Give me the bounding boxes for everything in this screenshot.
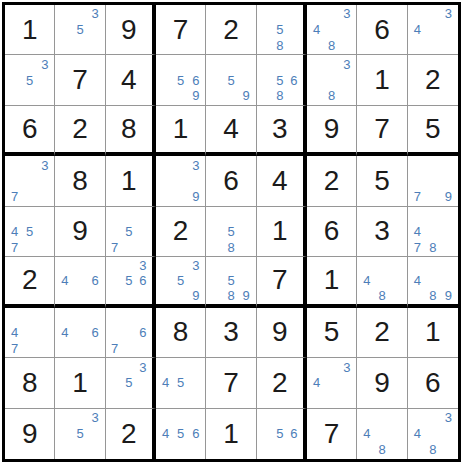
cell-r9c1[interactable]: 9: [5, 409, 55, 459]
cell-r8c8[interactable]: 9: [357, 358, 407, 408]
candidate-grid: 348: [309, 6, 354, 53]
cell-r6c7[interactable]: 1: [307, 257, 357, 307]
cell-r8c2[interactable]: 1: [55, 358, 105, 408]
candidate-5: 5: [122, 375, 136, 391]
candidate-4: 4: [57, 324, 72, 340]
candidate-grid: 48: [359, 410, 404, 458]
cell-r6c8[interactable]: 48: [357, 257, 407, 307]
cell-r5c8[interactable]: 3: [357, 207, 407, 257]
cell-value: 1: [272, 217, 288, 245]
cell-r6c4[interactable]: 359: [156, 257, 206, 307]
candidate-9: 9: [239, 88, 254, 104]
cell-value: 8: [22, 369, 38, 397]
cell-r7c2[interactable]: 46: [55, 308, 105, 358]
candidate-5: 5: [173, 426, 188, 442]
candidate-grid: 56: [259, 410, 301, 458]
candidate-5: 5: [72, 426, 87, 442]
cell-r6c1[interactable]: 2: [5, 257, 55, 307]
cell-value: 6: [374, 16, 390, 44]
candidate-4: 4: [158, 375, 173, 391]
candidate-grid: 79: [410, 157, 456, 204]
candidate-3: 3: [88, 410, 103, 426]
candidate-3: 3: [37, 157, 52, 173]
candidate-grid: 47: [7, 309, 52, 356]
cell-r1c4[interactable]: 7: [156, 5, 206, 55]
candidate-6: 6: [88, 324, 103, 340]
candidate-8: 8: [425, 442, 440, 458]
cell-r8c6[interactable]: 2: [257, 358, 307, 408]
candidate-8: 8: [273, 88, 287, 104]
cell-value: 8: [173, 318, 189, 346]
cell-r5c5[interactable]: 58: [206, 207, 256, 257]
cell-r8c1[interactable]: 8: [5, 358, 55, 408]
candidate-6: 6: [188, 426, 203, 442]
cell-r3c3[interactable]: 8: [106, 106, 156, 156]
candidate-4: 4: [158, 426, 173, 442]
cell-r3c6[interactable]: 3: [257, 106, 307, 156]
candidate-5: 5: [22, 72, 37, 88]
cell-value: 3: [223, 318, 239, 346]
cell-r7c9[interactable]: 1: [408, 308, 458, 358]
candidate-grid: 39: [158, 157, 203, 204]
cell-r3c8[interactable]: 7: [357, 106, 407, 156]
candidate-4: 4: [57, 273, 72, 288]
cell-value: 4: [272, 167, 288, 195]
candidate-grid: 37: [7, 157, 52, 204]
candidate-3: 3: [88, 6, 103, 22]
candidate-grid: 34: [309, 359, 354, 406]
cell-value: 9: [272, 318, 288, 346]
cell-value: 6: [22, 115, 38, 143]
candidate-3: 3: [441, 6, 456, 22]
cell-r4c6[interactable]: 4: [257, 156, 307, 206]
cell-value: 1: [324, 266, 340, 294]
cell-value: 5: [374, 167, 390, 195]
candidate-7: 7: [410, 189, 425, 205]
cell-value: 9: [22, 420, 38, 448]
sudoku-board: 1359725834863435745695956838126281439753…: [2, 2, 461, 462]
candidate-grid: 456: [158, 410, 203, 458]
cell-value: 2: [425, 66, 441, 94]
cell-r9c4[interactable]: 456: [156, 409, 206, 459]
cell-r2c8[interactable]: 1: [357, 55, 407, 105]
cell-r1c2[interactable]: 35: [55, 5, 105, 55]
cell-r5c2[interactable]: 9: [55, 207, 105, 257]
candidate-grid: 34: [410, 6, 456, 53]
cell-value: 7: [72, 66, 88, 94]
cell-r9c6[interactable]: 56: [257, 409, 307, 459]
candidate-5: 5: [273, 22, 287, 38]
candidate-grid: 46: [57, 258, 102, 302]
cell-value: 8: [121, 115, 137, 143]
cell-value: 2: [72, 115, 88, 143]
cell-r5c6[interactable]: 1: [257, 207, 307, 257]
candidate-grid: 35: [57, 6, 102, 53]
cell-r8c9[interactable]: 6: [408, 358, 458, 408]
cell-r5c7[interactable]: 6: [307, 207, 357, 257]
candidate-8: 8: [374, 442, 389, 458]
candidate-grid: 569: [158, 56, 203, 103]
candidate-grid: 45: [158, 359, 203, 406]
cell-r4c9[interactable]: 79: [408, 156, 458, 206]
cell-r2c4[interactable]: 569: [156, 55, 206, 105]
cell-r2c3[interactable]: 4: [106, 55, 156, 105]
cell-value: 7: [374, 115, 390, 143]
cell-r4c2[interactable]: 8: [55, 156, 105, 206]
candidate-grid: 478: [410, 208, 456, 255]
candidate-grid: 67: [108, 309, 150, 356]
cell-value: 2: [272, 369, 288, 397]
cell-r3c2[interactable]: 2: [55, 106, 105, 156]
candidate-grid: 58: [208, 208, 253, 255]
cell-r1c8[interactable]: 6: [357, 5, 407, 55]
cell-r1c9[interactable]: 34: [408, 5, 458, 55]
cell-r2c1[interactable]: 35: [5, 55, 55, 105]
cell-value: 1: [72, 369, 88, 397]
cell-value: 2: [121, 420, 137, 448]
cell-value: 1: [425, 318, 441, 346]
cell-r6c2[interactable]: 46: [55, 257, 105, 307]
cell-value: 9: [121, 16, 137, 44]
candidate-9: 9: [441, 288, 456, 303]
cell-r1c3[interactable]: 9: [106, 5, 156, 55]
cell-r4c3[interactable]: 1: [106, 156, 156, 206]
candidate-grid: 457: [7, 208, 52, 255]
candidate-grid: 356: [108, 258, 150, 302]
cell-r1c1[interactable]: 1: [5, 5, 55, 55]
cell-r2c2[interactable]: 7: [55, 55, 105, 105]
cell-r5c4[interactable]: 2: [156, 207, 206, 257]
candidate-grid: 35: [7, 56, 52, 103]
candidate-8: 8: [425, 288, 440, 303]
cell-r3c1[interactable]: 6: [5, 106, 55, 156]
candidate-grid: 38: [309, 56, 354, 103]
cell-r9c7[interactable]: 7: [307, 409, 357, 459]
cell-r9c9[interactable]: 348: [408, 409, 458, 459]
candidate-4: 4: [359, 426, 374, 442]
cell-r6c3[interactable]: 356: [106, 257, 156, 307]
candidate-grid: 35: [57, 410, 102, 458]
candidate-grid: 59: [208, 56, 253, 103]
cell-value: 9: [374, 369, 390, 397]
candidate-3: 3: [37, 56, 52, 72]
candidate-3: 3: [188, 157, 203, 173]
cell-r8c4[interactable]: 45: [156, 358, 206, 408]
cell-r4c4[interactable]: 39: [156, 156, 206, 206]
candidate-5: 5: [173, 273, 188, 288]
candidate-grid: 57: [108, 208, 150, 255]
cell-r5c3[interactable]: 57: [106, 207, 156, 257]
cell-value: 1: [22, 16, 38, 44]
cell-value: 1: [121, 167, 137, 195]
candidate-4: 4: [7, 224, 22, 240]
cell-value: 2: [324, 167, 340, 195]
cell-value: 9: [324, 115, 340, 143]
cell-r2c5[interactable]: 59: [206, 55, 256, 105]
cell-value: 2: [374, 318, 390, 346]
candidate-grid: 46: [57, 309, 102, 356]
candidate-grid: 35: [108, 359, 150, 406]
candidate-5: 5: [223, 72, 238, 88]
cell-value: 7: [272, 266, 288, 294]
cell-r4c7[interactable]: 2: [307, 156, 357, 206]
candidate-8: 8: [223, 288, 238, 303]
candidate-6: 6: [287, 72, 301, 88]
cell-r5c1[interactable]: 457: [5, 207, 55, 257]
candidate-grid: 359: [158, 258, 203, 302]
cell-r1c5[interactable]: 2: [206, 5, 256, 55]
candidate-grid: 348: [410, 410, 456, 458]
candidate-7: 7: [410, 239, 425, 255]
candidate-5: 5: [122, 224, 136, 240]
candidate-7: 7: [7, 189, 22, 205]
candidate-grid: 48: [359, 258, 404, 302]
cell-r4c5[interactable]: 6: [206, 156, 256, 206]
cell-r7c8[interactable]: 2: [357, 308, 407, 358]
candidate-4: 4: [309, 22, 324, 38]
cell-r1c6[interactable]: 58: [257, 5, 307, 55]
candidate-9: 9: [188, 88, 203, 104]
cell-value: 6: [324, 217, 340, 245]
candidate-3: 3: [136, 258, 150, 273]
candidate-6: 6: [136, 273, 150, 288]
cell-r6c6[interactable]: 7: [257, 257, 307, 307]
cell-r3c4[interactable]: 1: [156, 106, 206, 156]
cell-r9c8[interactable]: 48: [357, 409, 407, 459]
cell-value: 6: [223, 167, 239, 195]
candidate-7: 7: [108, 340, 122, 356]
candidate-5: 5: [173, 375, 188, 391]
candidate-4: 4: [309, 375, 324, 391]
cell-r8c7[interactable]: 34: [307, 358, 357, 408]
candidate-8: 8: [223, 239, 238, 255]
cell-r4c1[interactable]: 37: [5, 156, 55, 206]
candidate-9: 9: [188, 288, 203, 303]
candidate-6: 6: [136, 324, 150, 340]
candidate-8: 8: [425, 239, 440, 255]
cell-r8c5[interactable]: 7: [206, 358, 256, 408]
cell-r6c9[interactable]: 489: [408, 257, 458, 307]
candidate-6: 6: [287, 426, 301, 442]
candidate-9: 9: [239, 288, 254, 303]
cell-r6c5[interactable]: 589: [206, 257, 256, 307]
cell-value: 8: [72, 167, 88, 195]
cell-value: 3: [272, 115, 288, 143]
cell-r3c7[interactable]: 9: [307, 106, 357, 156]
candidate-3: 3: [339, 359, 354, 375]
cell-value: 9: [72, 217, 88, 245]
candidate-7: 7: [7, 239, 22, 255]
cell-value: 2: [223, 16, 239, 44]
candidate-4: 4: [410, 224, 425, 240]
cell-r7c6[interactable]: 9: [257, 308, 307, 358]
candidate-3: 3: [339, 56, 354, 72]
cell-r1c7[interactable]: 348: [307, 5, 357, 55]
cell-value: 5: [324, 318, 340, 346]
cell-value: 1: [374, 66, 390, 94]
cell-r7c3[interactable]: 67: [106, 308, 156, 358]
candidate-3: 3: [136, 359, 150, 375]
candidate-4: 4: [410, 273, 425, 288]
candidate-3: 3: [441, 410, 456, 426]
candidate-5: 5: [173, 72, 188, 88]
cell-r4c8[interactable]: 5: [357, 156, 407, 206]
candidate-8: 8: [324, 88, 339, 104]
cell-r5c9[interactable]: 478: [408, 207, 458, 257]
candidate-4: 4: [410, 426, 425, 442]
candidate-8: 8: [324, 38, 339, 54]
cell-value: 1: [223, 420, 239, 448]
candidate-5: 5: [273, 426, 287, 442]
cell-r2c9[interactable]: 2: [408, 55, 458, 105]
candidate-6: 6: [88, 273, 103, 288]
candidate-grid: 589: [208, 258, 253, 302]
cell-r8c3[interactable]: 35: [106, 358, 156, 408]
candidate-4: 4: [410, 22, 425, 38]
cell-r9c3[interactable]: 2: [106, 409, 156, 459]
cell-r3c5[interactable]: 4: [206, 106, 256, 156]
candidate-5: 5: [223, 224, 238, 240]
candidate-5: 5: [22, 224, 37, 240]
cell-r3c9[interactable]: 5: [408, 106, 458, 156]
cell-value: 7: [173, 16, 189, 44]
cell-value: 3: [374, 217, 390, 245]
candidate-9: 9: [441, 189, 456, 205]
candidate-4: 4: [359, 273, 374, 288]
candidate-4: 4: [7, 324, 22, 340]
cell-value: 4: [223, 115, 239, 143]
cell-r2c6[interactable]: 568: [257, 55, 307, 105]
cell-r7c4[interactable]: 8: [156, 308, 206, 358]
cell-value: 2: [173, 217, 189, 245]
cell-r7c1[interactable]: 47: [5, 308, 55, 358]
candidate-5: 5: [72, 22, 87, 38]
cell-value: 7: [223, 369, 239, 397]
candidate-6: 6: [188, 72, 203, 88]
cell-value: 6: [425, 369, 441, 397]
candidate-5: 5: [273, 72, 287, 88]
candidate-7: 7: [7, 340, 22, 356]
candidate-7: 7: [108, 239, 122, 255]
cell-value: 5: [425, 115, 441, 143]
candidate-8: 8: [374, 288, 389, 303]
candidate-3: 3: [339, 6, 354, 22]
cell-value: 1: [173, 115, 189, 143]
candidate-grid: 489: [410, 258, 456, 302]
cell-r7c7[interactable]: 5: [307, 308, 357, 358]
cell-value: 2: [22, 266, 38, 294]
candidate-9: 9: [188, 189, 203, 205]
cell-r9c5[interactable]: 1: [206, 409, 256, 459]
candidate-5: 5: [223, 273, 238, 288]
cell-r7c5[interactable]: 3: [206, 308, 256, 358]
candidate-5: 5: [122, 273, 136, 288]
candidate-grid: 58: [259, 6, 301, 53]
candidate-8: 8: [273, 38, 287, 54]
candidate-grid: 568: [259, 56, 301, 103]
cell-value: 4: [121, 66, 137, 94]
cell-r9c2[interactable]: 35: [55, 409, 105, 459]
candidate-3: 3: [188, 258, 203, 273]
cell-value: 7: [324, 420, 340, 448]
cell-r2c7[interactable]: 38: [307, 55, 357, 105]
